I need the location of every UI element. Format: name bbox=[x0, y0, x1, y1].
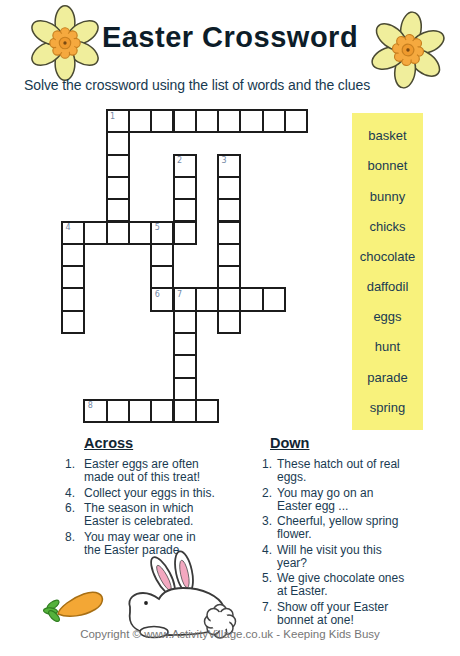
grid-cell-r10c5[interactable] bbox=[173, 332, 197, 356]
clue-label: 7. bbox=[262, 601, 277, 627]
grid-cell-r8c8[interactable] bbox=[239, 287, 263, 311]
down-clue-2: 2.You may go on an Easter egg ... bbox=[262, 487, 452, 513]
clue-label: 2. bbox=[262, 487, 277, 513]
grid-cell-r0c6[interactable] bbox=[195, 109, 219, 133]
clue-label: 8. bbox=[65, 531, 84, 557]
grid-cell-r3c2[interactable] bbox=[106, 176, 130, 200]
grid-cell-r0c7[interactable] bbox=[217, 109, 241, 133]
clue-number: 4 bbox=[66, 223, 71, 232]
grid-cell-r0c2[interactable]: 1 bbox=[106, 109, 130, 133]
clue-label: 6. bbox=[65, 502, 84, 528]
grid-cell-r0c4[interactable] bbox=[150, 109, 174, 133]
grid-cell-r5c5[interactable] bbox=[173, 221, 197, 245]
clue-number: 5 bbox=[155, 223, 160, 232]
clue-label: 3. bbox=[262, 515, 277, 541]
clue-number: 1 bbox=[110, 112, 115, 121]
clue-number: 7 bbox=[177, 290, 182, 299]
clue-text: The season in which Easter is celebrated… bbox=[84, 502, 193, 528]
clues-down: Down 1.These hatch out of real eggs.2.Yo… bbox=[262, 435, 452, 629]
word-bank-item: daffodil bbox=[367, 279, 409, 294]
grid-cell-r12c5[interactable] bbox=[173, 377, 197, 401]
clue-label: 1. bbox=[262, 458, 277, 484]
grid-cell-r9c0[interactable] bbox=[61, 310, 85, 334]
grid-cell-r0c5[interactable] bbox=[173, 109, 197, 133]
grid-cell-r13c3[interactable] bbox=[128, 399, 152, 423]
grid-cell-r8c4[interactable]: 6 bbox=[150, 287, 174, 311]
grid-cell-r2c5[interactable]: 2 bbox=[173, 154, 197, 178]
grid-cell-r8c5[interactable]: 7 bbox=[173, 287, 197, 311]
down-clue-4: 4.Will he visit you this year? bbox=[262, 544, 452, 570]
grid-cell-r0c3[interactable] bbox=[128, 109, 152, 133]
clue-text: You may go on an Easter egg ... bbox=[277, 487, 373, 513]
grid-cell-r5c4[interactable]: 5 bbox=[150, 221, 174, 245]
grid-cell-r8c9[interactable] bbox=[262, 287, 286, 311]
clue-text: Show off your Easter bonnet at one! bbox=[277, 601, 388, 627]
down-header: Down bbox=[270, 435, 452, 451]
grid-cell-r3c7[interactable] bbox=[217, 176, 241, 200]
grid-cell-r8c0[interactable] bbox=[61, 287, 85, 311]
grid-cell-r9c7[interactable] bbox=[217, 310, 241, 334]
grid-cell-r9c5[interactable] bbox=[173, 310, 197, 334]
down-clue-1: 1.These hatch out of real eggs. bbox=[262, 458, 452, 484]
clue-label: 4. bbox=[262, 544, 277, 570]
clue-text: Collect your eggs in this. bbox=[84, 487, 215, 500]
clue-text: We give chocolate ones at Easter. bbox=[277, 572, 404, 598]
grid-cell-r5c7[interactable] bbox=[217, 221, 241, 245]
clue-text: Will he visit you this year? bbox=[277, 544, 382, 570]
clue-text: Easter eggs are often made out of this t… bbox=[84, 458, 200, 484]
clue-label: 4. bbox=[65, 487, 84, 500]
grid-cell-r1c2[interactable] bbox=[106, 131, 130, 155]
grid-cell-r6c4[interactable] bbox=[150, 243, 174, 267]
down-clue-5: 5.We give chocolate ones at Easter. bbox=[262, 572, 452, 598]
word-bank-item: chicks bbox=[369, 219, 405, 234]
word-bank-item: eggs bbox=[373, 309, 401, 324]
grid-cell-r0c9[interactable] bbox=[262, 109, 286, 133]
clues-across: Across 1.Easter eggs are often made out … bbox=[65, 435, 255, 559]
word-bank-item: parade bbox=[367, 370, 407, 385]
grid-cell-r0c10[interactable] bbox=[284, 109, 308, 133]
grid-cell-r2c2[interactable] bbox=[106, 154, 130, 178]
grid-cell-r4c5[interactable] bbox=[173, 198, 197, 222]
grid-cell-r13c1[interactable]: 8 bbox=[83, 399, 107, 423]
grid-cell-r6c0[interactable] bbox=[61, 243, 85, 267]
clue-text: Cheerful, yellow spring flower. bbox=[277, 515, 398, 541]
down-clue-3: 3.Cheerful, yellow spring flower. bbox=[262, 515, 452, 541]
grid-cell-r0c8[interactable] bbox=[239, 109, 263, 133]
grid-cell-r8c6[interactable] bbox=[195, 287, 219, 311]
down-clue-7: 7.Show off your Easter bonnet at one! bbox=[262, 601, 452, 627]
word-bank-item: basket bbox=[368, 128, 406, 143]
grid-cell-r4c2[interactable] bbox=[106, 198, 130, 222]
grid-cell-r5c2[interactable] bbox=[106, 221, 130, 245]
grid-cell-r13c2[interactable] bbox=[106, 399, 130, 423]
grid-cell-r13c5[interactable] bbox=[173, 399, 197, 423]
word-bank-item: chocolate bbox=[360, 249, 416, 264]
grid-cell-r8c7[interactable] bbox=[217, 287, 241, 311]
word-bank-item: spring bbox=[370, 400, 405, 415]
grid-cell-r13c4[interactable] bbox=[150, 399, 174, 423]
grid-cell-r5c1[interactable] bbox=[83, 221, 107, 245]
grid-cell-r7c7[interactable] bbox=[217, 265, 241, 289]
clue-number: 3 bbox=[222, 156, 227, 165]
clue-label: 1. bbox=[65, 458, 84, 484]
word-bank: basketbonnetbunnychickschocolatedaffodil… bbox=[352, 113, 423, 430]
across-clue-1: 1.Easter eggs are often made out of this… bbox=[65, 458, 255, 484]
grid-cell-r5c3[interactable] bbox=[128, 221, 152, 245]
across-clue-6: 6.The season in which Easter is celebrat… bbox=[65, 502, 255, 528]
word-bank-item: hunt bbox=[375, 339, 400, 354]
word-bank-item: bonnet bbox=[368, 158, 408, 173]
across-clue-4: 4.Collect your eggs in this. bbox=[65, 487, 255, 500]
clue-number: 2 bbox=[177, 156, 182, 165]
across-list: 1.Easter eggs are often made out of this… bbox=[65, 458, 255, 557]
grid-cell-r6c7[interactable] bbox=[217, 243, 241, 267]
clue-number: 8 bbox=[88, 401, 93, 410]
grid-cell-r2c7[interactable]: 3 bbox=[217, 154, 241, 178]
grid-cell-r7c0[interactable] bbox=[61, 265, 85, 289]
clue-label: 5. bbox=[262, 572, 277, 598]
grid-cell-r4c7[interactable] bbox=[217, 198, 241, 222]
carrot-icon bbox=[42, 584, 108, 626]
clue-number: 6 bbox=[155, 290, 160, 299]
clue-text: These hatch out of real eggs. bbox=[277, 458, 400, 484]
grid-cell-r11c5[interactable] bbox=[173, 354, 197, 378]
copyright-text: Copyright © www.ActivityVillage.co.uk - … bbox=[0, 628, 460, 640]
across-header: Across bbox=[84, 435, 255, 451]
grid-cell-r3c5[interactable] bbox=[173, 176, 197, 200]
grid-cell-r5c0[interactable]: 4 bbox=[61, 221, 85, 245]
grid-cell-r7c4[interactable] bbox=[150, 265, 174, 289]
word-bank-item: bunny bbox=[370, 189, 405, 204]
down-list: 1.These hatch out of real eggs.2.You may… bbox=[262, 458, 452, 627]
grid-cell-r13c6[interactable] bbox=[195, 399, 219, 423]
